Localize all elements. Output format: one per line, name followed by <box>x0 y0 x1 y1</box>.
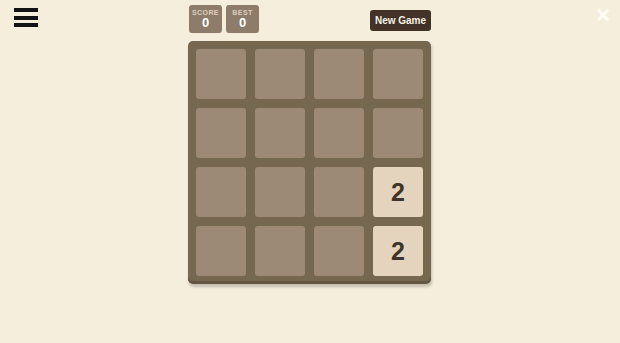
empty-cell <box>196 108 246 158</box>
empty-cell <box>196 49 246 99</box>
empty-cell <box>314 49 364 99</box>
empty-cell <box>314 226 364 276</box>
best-value: 0 <box>239 16 246 31</box>
best-box: BEST 0 <box>226 5 259 33</box>
hamburger-menu-icon[interactable] <box>14 8 38 27</box>
close-icon[interactable]: ✕ <box>591 4 615 28</box>
hamburger-bar <box>14 16 38 20</box>
score-value: 0 <box>202 16 209 31</box>
tile-2: 2 <box>373 226 423 276</box>
empty-cell <box>314 108 364 158</box>
new-game-button[interactable]: New Game <box>370 10 431 31</box>
empty-cell <box>196 226 246 276</box>
empty-cell <box>314 167 364 217</box>
hamburger-bar <box>14 8 38 12</box>
game-board-2048[interactable]: 22 <box>188 41 431 284</box>
tile-2: 2 <box>373 167 423 217</box>
empty-cell <box>255 108 305 158</box>
empty-cell <box>196 167 246 217</box>
empty-cell <box>255 226 305 276</box>
empty-cell <box>373 49 423 99</box>
empty-cell <box>255 49 305 99</box>
score-box: SCORE 0 <box>189 5 222 33</box>
empty-cell <box>373 108 423 158</box>
score-panel: SCORE 0 BEST 0 <box>189 5 259 33</box>
hamburger-bar <box>14 23 38 27</box>
empty-cell <box>255 167 305 217</box>
